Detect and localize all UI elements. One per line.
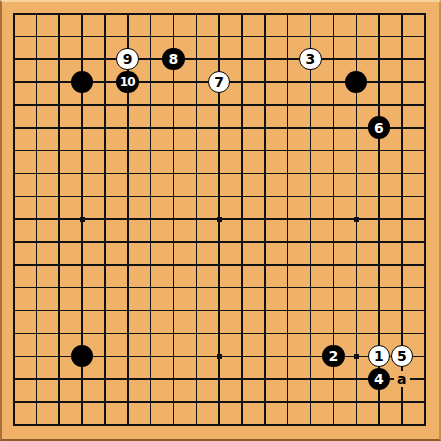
star-point [217,217,222,222]
stone-black-4[interactable]: 4 [368,368,391,391]
stone-white-9[interactable]: 9 [116,48,139,71]
star-point [354,217,359,222]
stone-white-5[interactable]: 5 [391,345,414,368]
stone-black-setup[interactable] [71,71,94,94]
point-label-a[interactable]: a [394,371,410,387]
stone-black-setup[interactable] [71,345,94,368]
star-point [354,354,359,359]
star-point [80,217,85,222]
stone-black-6[interactable]: 6 [368,116,391,139]
stone-black-8[interactable]: 8 [162,48,185,71]
stone-grid: 12345678910a [2,2,436,436]
go-board-diagram[interactable]: 12345678910a [0,0,441,441]
stone-black-10[interactable]: 10 [116,71,139,94]
stone-white-7[interactable]: 7 [208,71,231,94]
star-point [217,354,222,359]
stone-white-3[interactable]: 3 [299,48,322,71]
stone-black-2[interactable]: 2 [322,345,345,368]
stone-white-1[interactable]: 1 [368,345,391,368]
stone-black-setup[interactable] [345,71,368,94]
go-board[interactable]: 12345678910a [2,2,439,439]
